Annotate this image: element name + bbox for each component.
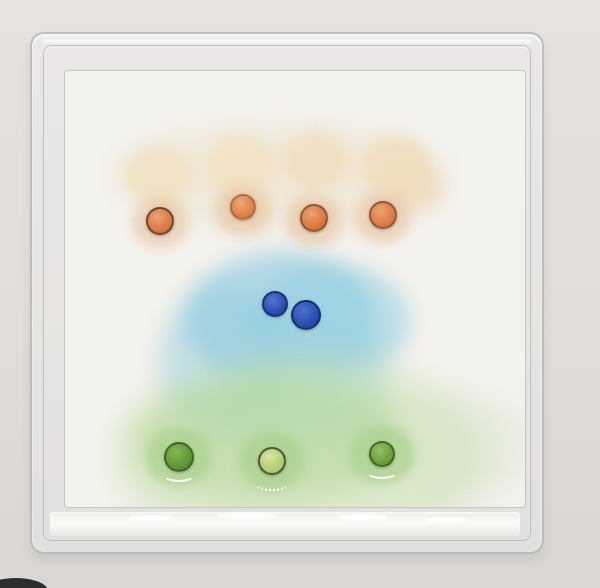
bubble-arc-1 bbox=[163, 468, 195, 482]
tray-bottom-rim-highlight bbox=[50, 512, 520, 536]
dark-object-bottom-left bbox=[0, 578, 48, 588]
tray-floor bbox=[64, 70, 526, 508]
tray bbox=[30, 32, 544, 554]
photo bbox=[0, 0, 600, 588]
bubble-arc-2 bbox=[254, 475, 290, 491]
rim-gleam-4 bbox=[427, 517, 467, 522]
rim-gleam-1 bbox=[129, 515, 175, 521]
rim-gleam-3 bbox=[336, 514, 388, 520]
tray-lip-highlight bbox=[42, 39, 532, 43]
bubble-arc-3 bbox=[366, 465, 398, 479]
bubble-arcs-layer bbox=[65, 71, 525, 507]
rim-gleam-2 bbox=[217, 513, 277, 519]
